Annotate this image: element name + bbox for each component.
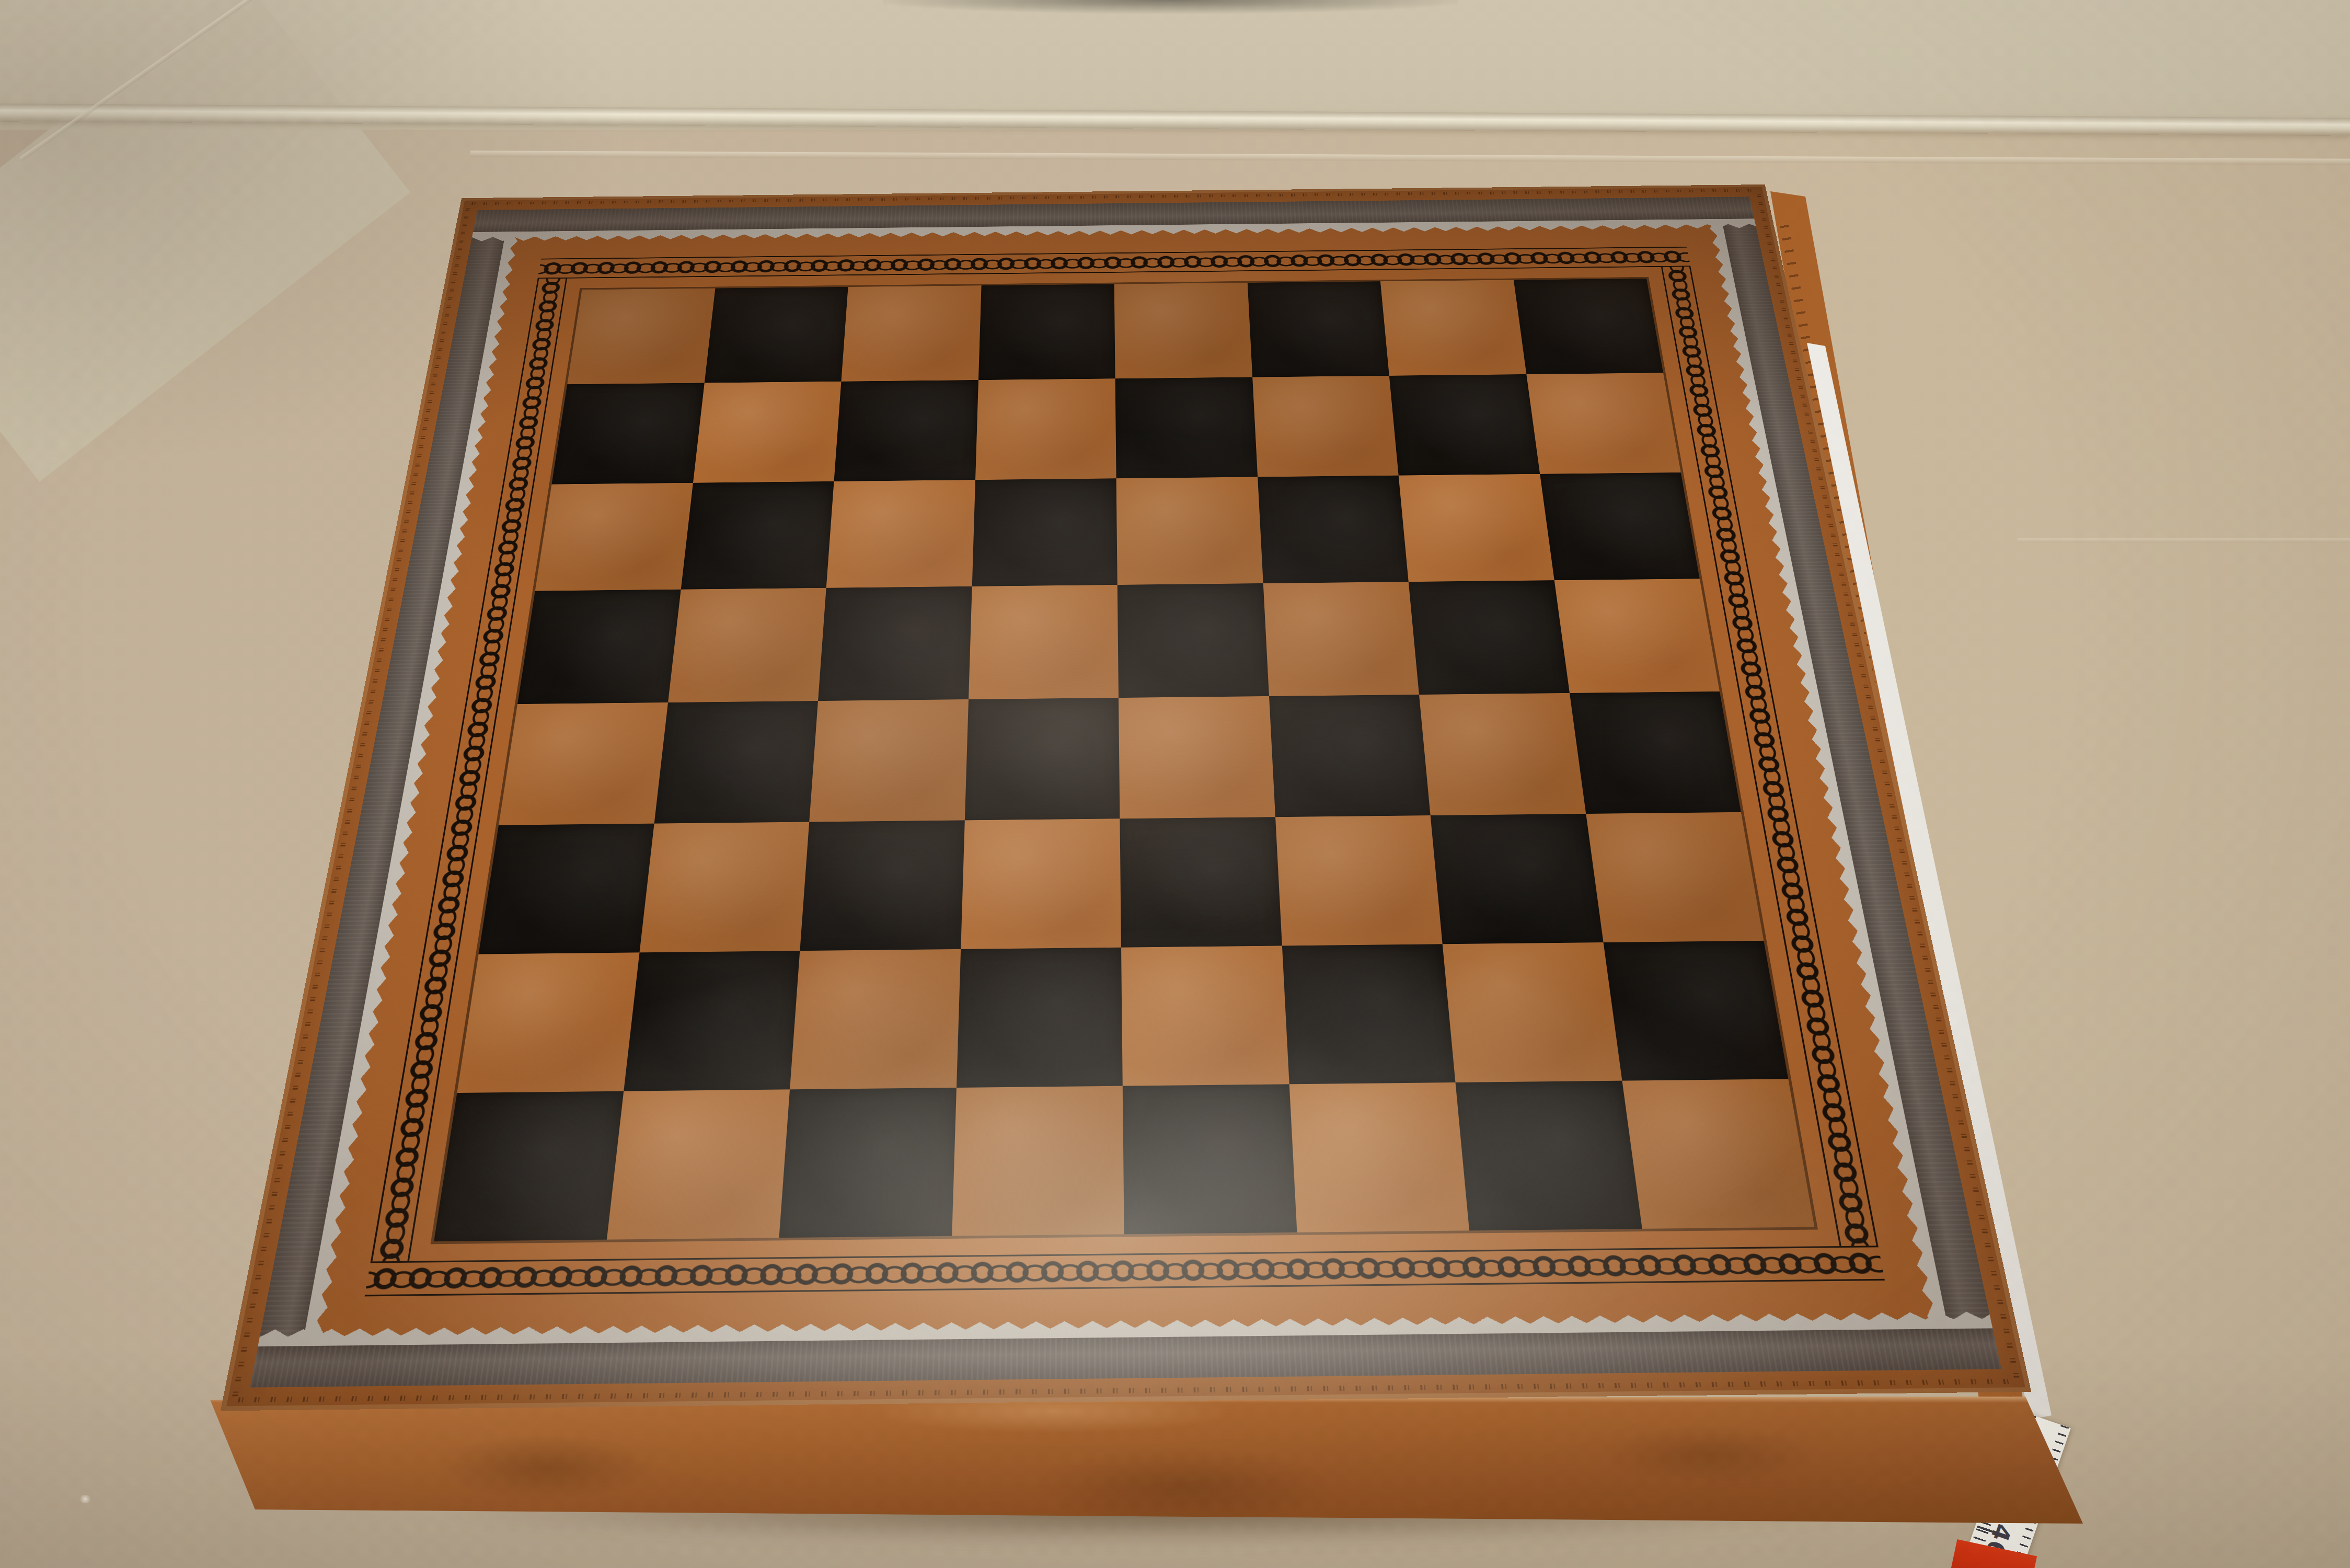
- square-d6[interactable]: [972, 478, 1117, 586]
- square-e3[interactable]: [1120, 817, 1282, 948]
- square-g5[interactable]: [1409, 580, 1570, 695]
- square-c8[interactable]: [841, 285, 981, 381]
- board-rotation-wrap: [0, 0, 2350, 1568]
- square-a4[interactable]: [499, 702, 667, 825]
- square-e5[interactable]: [1118, 583, 1269, 698]
- square-f8[interactable]: [1247, 281, 1389, 377]
- square-f3[interactable]: [1275, 815, 1443, 946]
- square-e7[interactable]: [1115, 377, 1258, 478]
- square-f7[interactable]: [1252, 375, 1399, 477]
- square-b4[interactable]: [654, 701, 818, 823]
- square-g3[interactable]: [1431, 814, 1603, 944]
- square-f1[interactable]: [1289, 1082, 1469, 1232]
- square-g6[interactable]: [1399, 474, 1554, 582]
- square-c5[interactable]: [818, 586, 972, 701]
- square-b1[interactable]: [606, 1089, 790, 1240]
- square-d4[interactable]: [964, 698, 1120, 820]
- square-h7[interactable]: [1526, 373, 1681, 474]
- square-h3[interactable]: [1586, 812, 1764, 942]
- square-h6[interactable]: [1540, 472, 1700, 580]
- square-h5[interactable]: [1554, 579, 1720, 693]
- square-d1[interactable]: [952, 1086, 1124, 1236]
- square-e4[interactable]: [1119, 696, 1275, 818]
- square-g7[interactable]: [1389, 374, 1540, 476]
- square-h1[interactable]: [1622, 1079, 1815, 1229]
- square-a8[interactable]: [567, 289, 715, 384]
- square-g1[interactable]: [1455, 1080, 1642, 1230]
- square-e6[interactable]: [1116, 477, 1263, 584]
- square-g2[interactable]: [1443, 942, 1622, 1082]
- square-d3[interactable]: [961, 818, 1121, 949]
- board-top-face: [221, 185, 2031, 1411]
- square-e2[interactable]: [1121, 946, 1289, 1086]
- square-c4[interactable]: [809, 699, 968, 822]
- square-f5[interactable]: [1263, 582, 1419, 696]
- square-d2[interactable]: [956, 948, 1122, 1088]
- square-f4[interactable]: [1269, 695, 1430, 817]
- square-g8[interactable]: [1380, 280, 1526, 376]
- square-b6[interactable]: [681, 481, 834, 589]
- square-c7[interactable]: [834, 380, 978, 481]
- square-d7[interactable]: [975, 378, 1116, 480]
- square-f2[interactable]: [1282, 944, 1455, 1084]
- square-a1[interactable]: [434, 1091, 624, 1241]
- chess-grid: [434, 279, 1814, 1241]
- square-b8[interactable]: [704, 287, 848, 383]
- square-e8[interactable]: [1114, 283, 1252, 378]
- square-c6[interactable]: [826, 480, 975, 587]
- square-a7[interactable]: [551, 383, 704, 484]
- square-b3[interactable]: [639, 822, 809, 952]
- square-h4[interactable]: [1569, 691, 1741, 814]
- square-d8[interactable]: [978, 284, 1115, 380]
- square-a6[interactable]: [535, 483, 693, 591]
- square-a2[interactable]: [457, 952, 639, 1092]
- square-h2[interactable]: [1603, 941, 1788, 1080]
- square-b7[interactable]: [693, 381, 841, 482]
- square-a3[interactable]: [479, 823, 654, 954]
- square-h8[interactable]: [1513, 279, 1663, 374]
- square-a5[interactable]: [517, 589, 681, 704]
- square-c2[interactable]: [790, 949, 961, 1089]
- square-d5[interactable]: [969, 585, 1119, 699]
- square-c1[interactable]: [779, 1088, 956, 1238]
- photo-stage: 44 45 46: [0, 0, 2350, 1568]
- square-b5[interactable]: [668, 587, 826, 702]
- square-c3[interactable]: [800, 820, 964, 951]
- square-g4[interactable]: [1419, 693, 1586, 815]
- square-e1[interactable]: [1123, 1084, 1297, 1234]
- square-f6[interactable]: [1258, 476, 1409, 583]
- square-b2[interactable]: [624, 951, 800, 1091]
- chessboard: [221, 185, 2031, 1411]
